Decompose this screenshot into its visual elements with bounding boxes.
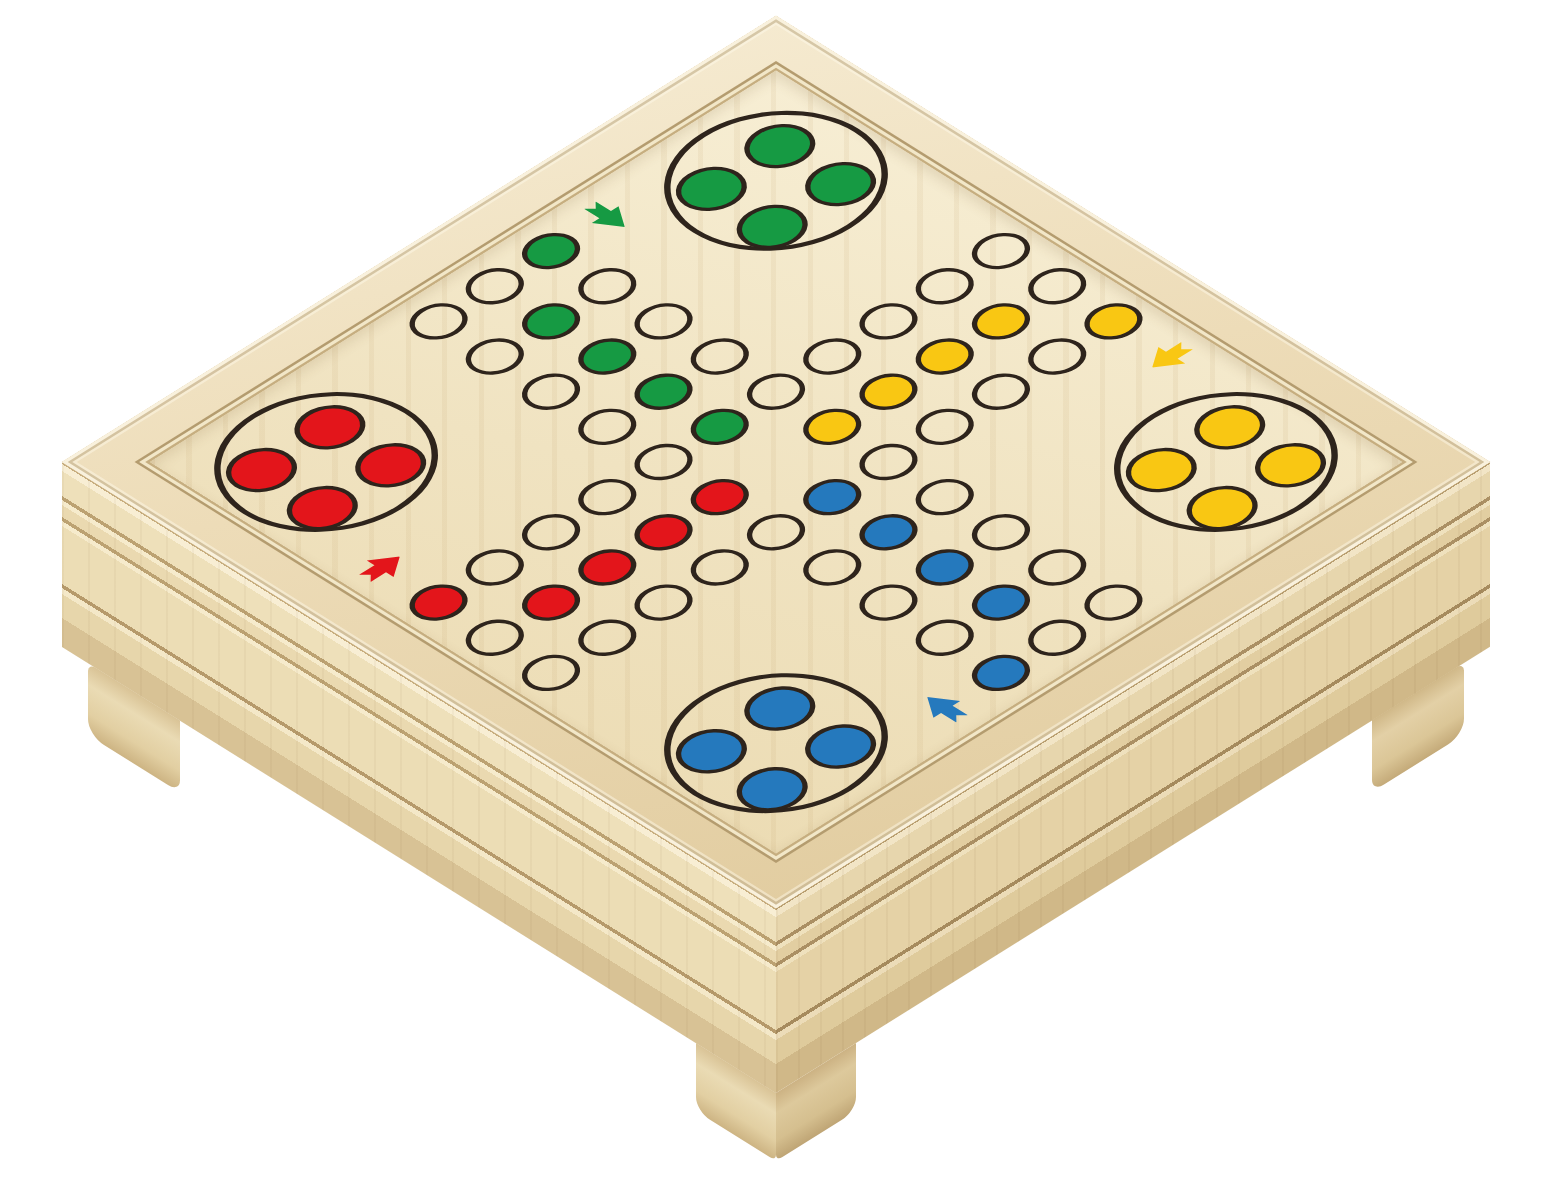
home-disc-red-3 <box>211 439 311 502</box>
home-disc-green-2 <box>790 153 890 216</box>
start-arrow-blue <box>912 688 977 729</box>
start-field-blue <box>960 647 1042 698</box>
home-disc-yellow-2 <box>1240 434 1340 497</box>
home-disc-blue-2 <box>790 715 890 778</box>
start-arrow-green <box>575 196 640 237</box>
home-disc-yellow-3 <box>1111 439 1211 502</box>
home-disc-red-1 <box>280 396 380 459</box>
home-disc-yellow-1 <box>1180 396 1280 459</box>
home-circle-blue <box>618 644 934 842</box>
home-circle-red <box>168 363 484 561</box>
product-photo <box>0 0 1552 1200</box>
home-disc-green-4 <box>722 196 822 259</box>
home-circle-green <box>618 82 934 280</box>
home-disc-yellow-4 <box>1172 477 1272 540</box>
start-arrow-yellow <box>1137 336 1202 377</box>
start-arrow-red <box>350 547 415 588</box>
home-disc-blue-3 <box>661 720 761 783</box>
home-disc-green-3 <box>661 158 761 221</box>
home-disc-blue-4 <box>722 758 822 821</box>
home-disc-red-2 <box>341 434 441 497</box>
home-disc-blue-1 <box>730 677 830 740</box>
home-disc-green-1 <box>730 115 830 178</box>
home-disc-red-4 <box>272 477 372 540</box>
home-circle-yellow <box>1068 363 1384 561</box>
